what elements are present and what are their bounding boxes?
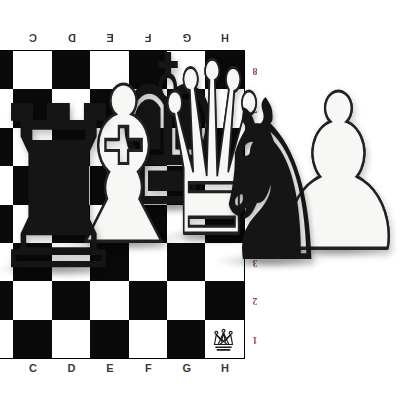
file-label-bottom: F bbox=[137, 362, 159, 375]
board-square bbox=[52, 320, 90, 358]
file-label-bottom: G bbox=[176, 362, 198, 375]
rank-label-right: 1 bbox=[247, 334, 263, 346]
crown-logo-icon bbox=[210, 327, 237, 353]
board-square bbox=[0, 320, 13, 358]
board-square bbox=[129, 320, 167, 358]
black-knight-piece: ♞ bbox=[198, 71, 342, 293]
file-label-top: C bbox=[22, 31, 44, 44]
board-square bbox=[167, 320, 205, 358]
board-square bbox=[90, 320, 128, 358]
file-label-bottom: H bbox=[214, 362, 236, 375]
black-rook-piece: ♜ bbox=[0, 77, 142, 302]
file-label-bottom: D bbox=[61, 362, 83, 375]
board-square bbox=[13, 320, 51, 358]
file-label-bottom: C bbox=[22, 362, 44, 375]
file-label-bottom: E bbox=[99, 362, 121, 375]
product-photo-scene: CDEFGHCDEFGH87654321 ♜♝♚♛♞♟ bbox=[0, 0, 400, 400]
